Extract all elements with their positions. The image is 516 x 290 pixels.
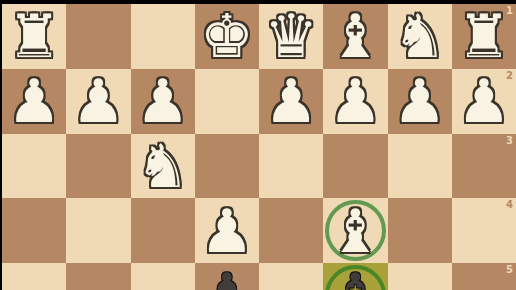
square-a4[interactable]: 4 <box>452 198 516 263</box>
square-h2[interactable]: ♟ <box>2 69 66 134</box>
square-e5[interactable]: ♟ <box>195 263 259 290</box>
square-d4[interactable] <box>259 198 323 263</box>
white-pawn: ♟ <box>393 71 447 131</box>
rank-label-4: 4 <box>506 199 513 210</box>
square-e3[interactable] <box>195 134 259 199</box>
white-pawn: ♟ <box>328 71 382 131</box>
square-c2[interactable]: ♟ <box>323 69 387 134</box>
white-queen: ♛ <box>264 6 318 66</box>
square-a1[interactable]: ♜1 <box>452 4 516 69</box>
white-pawn: ♟ <box>264 71 318 131</box>
white-knight: ♞ <box>136 136 190 196</box>
white-pawn: ♟ <box>71 71 125 131</box>
square-f5[interactable] <box>131 263 195 290</box>
square-f1[interactable] <box>131 4 195 69</box>
square-c4[interactable]: ♝ <box>323 198 387 263</box>
square-e2[interactable] <box>195 69 259 134</box>
white-king: ♚ <box>200 6 254 66</box>
rank-label-5: 5 <box>506 264 513 275</box>
square-f3[interactable]: ♞ <box>131 134 195 199</box>
white-pawn: ♟ <box>136 71 190 131</box>
square-a5[interactable]: 5 <box>452 263 516 290</box>
white-pawn: ♟ <box>200 201 254 261</box>
white-pawn: ♟ <box>457 71 511 131</box>
square-g2[interactable]: ♟ <box>66 69 130 134</box>
white-rook: ♜ <box>7 6 61 66</box>
square-h1[interactable]: ♜ <box>2 4 66 69</box>
square-h3[interactable] <box>2 134 66 199</box>
square-c5[interactable]: ♝ <box>323 263 387 290</box>
rank-label-2: 2 <box>506 70 513 81</box>
black-bishop: ♝ <box>328 265 382 290</box>
square-b5[interactable] <box>388 263 452 290</box>
square-e1[interactable]: ♚ <box>195 4 259 69</box>
rank-label-1: 1 <box>506 5 513 16</box>
square-d1[interactable]: ♛ <box>259 4 323 69</box>
square-d5[interactable] <box>259 263 323 290</box>
square-g5[interactable] <box>66 263 130 290</box>
square-h4[interactable] <box>2 198 66 263</box>
square-b3[interactable] <box>388 134 452 199</box>
square-f2[interactable]: ♟ <box>131 69 195 134</box>
square-g1[interactable] <box>66 4 130 69</box>
square-a2[interactable]: ♟2 <box>452 69 516 134</box>
square-d3[interactable] <box>259 134 323 199</box>
white-bishop: ♝ <box>328 6 382 66</box>
square-g4[interactable] <box>66 198 130 263</box>
video-frame: ♜♚♛♝♞♜1♟♟♟♟♟♟♟2♞3♟♝4♟♝5678 <box>0 0 516 290</box>
square-c3[interactable] <box>323 134 387 199</box>
black-pawn: ♟ <box>200 265 254 290</box>
white-knight: ♞ <box>393 6 447 66</box>
rank-label-3: 3 <box>506 135 513 146</box>
square-f4[interactable] <box>131 198 195 263</box>
square-g3[interactable] <box>66 134 130 199</box>
white-pawn: ♟ <box>7 71 61 131</box>
white-rook: ♜ <box>457 6 511 66</box>
square-c1[interactable]: ♝ <box>323 4 387 69</box>
square-b1[interactable]: ♞ <box>388 4 452 69</box>
square-d2[interactable]: ♟ <box>259 69 323 134</box>
chess-board: ♜♚♛♝♞♜1♟♟♟♟♟♟♟2♞3♟♝4♟♝5678 <box>2 4 516 290</box>
square-b4[interactable] <box>388 198 452 263</box>
square-e4[interactable]: ♟ <box>195 198 259 263</box>
square-b2[interactable]: ♟ <box>388 69 452 134</box>
square-a3[interactable]: 3 <box>452 134 516 199</box>
square-h5[interactable] <box>2 263 66 290</box>
white-bishop: ♝ <box>328 201 382 261</box>
